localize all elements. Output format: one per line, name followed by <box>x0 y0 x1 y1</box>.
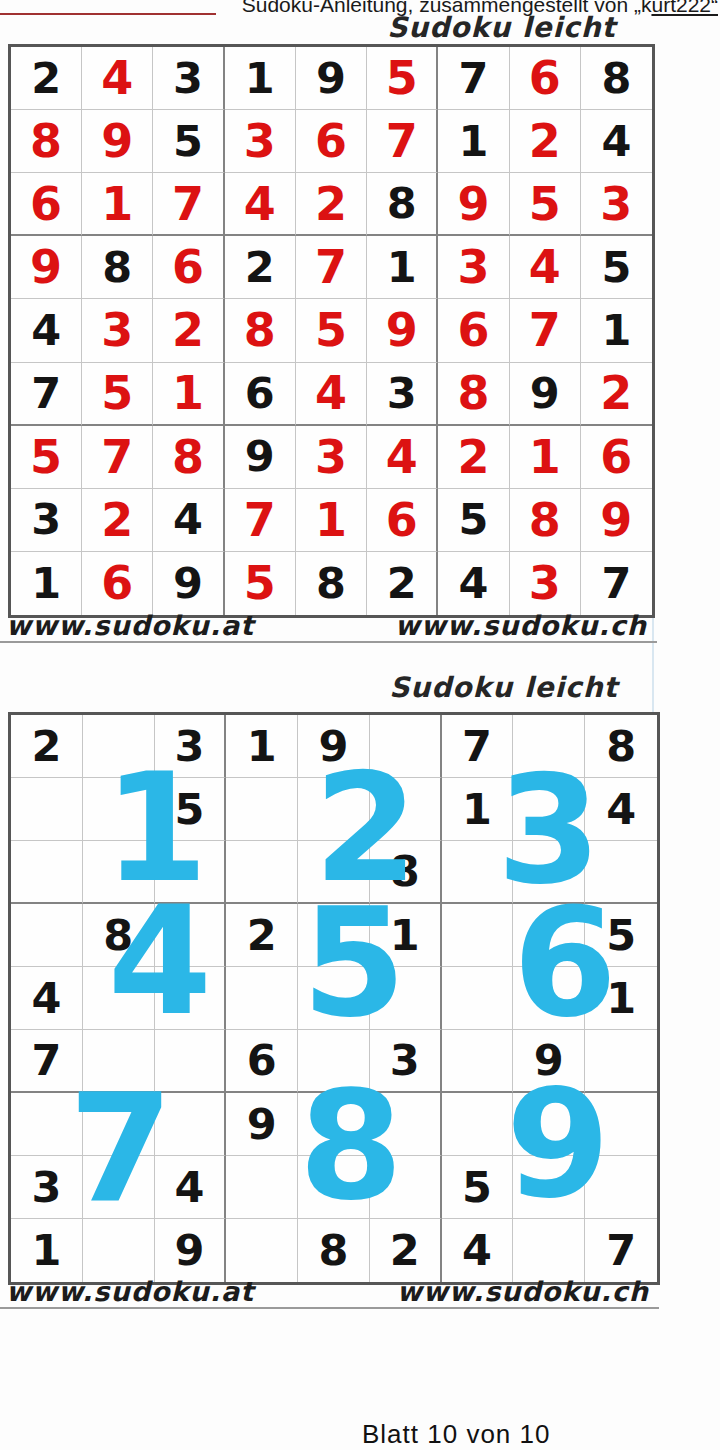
unsolved-cell-r1c4: 1 <box>226 715 298 778</box>
solved-cell-r7c7: 2 <box>438 426 509 489</box>
solved-cell-r3c9: 3 <box>581 173 652 236</box>
unsolved-cell-r5c4[interactable] <box>226 967 298 1030</box>
solved-cell-r8c9: 9 <box>581 489 652 552</box>
unsolved-cell-r7c7[interactable] <box>442 1093 514 1156</box>
solved-cell-r8c1: 3 <box>11 489 82 552</box>
solved-cell-r1c6: 5 <box>367 47 438 110</box>
solved-cell-r9c9: 7 <box>581 552 652 615</box>
solved-cell-r7c8: 1 <box>510 426 581 489</box>
solved-cell-r3c5: 2 <box>296 173 367 236</box>
solved-cell-r5c5: 5 <box>296 299 367 362</box>
solved-cell-r2c4: 3 <box>225 110 296 173</box>
solved-cell-r1c8: 6 <box>510 47 581 110</box>
unsolved-cell-r8c7: 5 <box>442 1156 514 1219</box>
solved-cell-r5c4: 8 <box>225 299 296 362</box>
solved-cell-r7c6: 4 <box>367 426 438 489</box>
solved-cell-r4c1: 9 <box>11 236 82 299</box>
solved-cell-r7c3: 8 <box>153 426 224 489</box>
box-label-6: 6 <box>513 888 617 1038</box>
solved-cell-r9c5: 8 <box>296 552 367 615</box>
solved-cell-r1c3: 3 <box>153 47 224 110</box>
kurt222-link[interactable]: urt222“ <box>651 0 718 16</box>
solved-cell-r8c2: 2 <box>82 489 153 552</box>
unsolved-cell-r8c4[interactable] <box>226 1156 298 1219</box>
solved-cell-r4c5: 7 <box>296 236 367 299</box>
solved-cell-r5c1: 4 <box>11 299 82 362</box>
unsolved-cell-r2c4[interactable] <box>226 778 298 841</box>
solved-cell-r2c9: 4 <box>581 110 652 173</box>
solved-cell-r6c2: 5 <box>82 363 153 426</box>
solved-cell-r4c4: 2 <box>225 236 296 299</box>
solved-cell-r7c2: 7 <box>82 426 153 489</box>
solved-cell-r5c2: 3 <box>82 299 153 362</box>
board-footer: www.sudoku.at www.sudoku.ch <box>0 1276 659 1309</box>
solved-cell-r5c3: 2 <box>153 299 224 362</box>
solved-cell-r7c1: 5 <box>11 426 82 489</box>
sudoku-ch-url: www.sudoku.ch <box>397 1276 649 1307</box>
unsolved-cell-r1c1: 2 <box>11 715 83 778</box>
box-label-4: 4 <box>108 886 212 1036</box>
box-label-8: 8 <box>299 1071 403 1221</box>
board-footer: www.sudoku.at www.sudoku.ch <box>0 610 657 643</box>
solved-cell-r6c1: 7 <box>11 363 82 426</box>
solved-cell-r3c3: 7 <box>153 173 224 236</box>
solved-cell-r2c6: 7 <box>367 110 438 173</box>
solved-cell-r5c8: 7 <box>510 299 581 362</box>
unsolved-cell-r4c1[interactable] <box>11 904 83 967</box>
puzzle-title: Sudoku leicht <box>0 671 618 704</box>
unsolved-cell-r9c7: 4 <box>442 1219 514 1282</box>
solved-cell-r1c4: 1 <box>225 47 296 110</box>
solved-cell-r1c1: 2 <box>11 47 82 110</box>
unsolved-cell-r3c1[interactable] <box>11 841 83 904</box>
box-label-9: 9 <box>506 1069 610 1219</box>
solved-cell-r8c4: 7 <box>225 489 296 552</box>
solved-sudoku-board: 2431957688953671246174289539862713454328… <box>8 44 655 618</box>
box-label-7: 7 <box>69 1074 173 1224</box>
solved-cell-r1c2: 4 <box>82 47 153 110</box>
unsolved-cell-r4c4: 2 <box>226 904 298 967</box>
solved-cell-r9c3: 9 <box>153 552 224 615</box>
solved-cell-r6c9: 2 <box>581 363 652 426</box>
solved-cell-r6c6: 3 <box>367 363 438 426</box>
solved-cell-r6c8: 9 <box>510 363 581 426</box>
sudoku-at-url: www.sudoku.at <box>6 610 254 641</box>
solved-cell-r7c9: 6 <box>581 426 652 489</box>
unsolved-cell-r6c4: 6 <box>226 1030 298 1093</box>
solved-cell-r2c7: 1 <box>438 110 509 173</box>
page-number: Blatt 10 von 10 <box>362 1419 550 1450</box>
solved-cell-r7c5: 3 <box>296 426 367 489</box>
solved-cell-r5c9: 1 <box>581 299 652 362</box>
solved-cell-r6c3: 1 <box>153 363 224 426</box>
solved-cell-r5c7: 6 <box>438 299 509 362</box>
solved-cell-r9c7: 4 <box>438 552 509 615</box>
unsolved-cell-r2c1[interactable] <box>11 778 83 841</box>
solved-cell-r2c1: 8 <box>11 110 82 173</box>
unsolved-cell-r3c4[interactable] <box>226 841 298 904</box>
solved-cell-r2c3: 5 <box>153 110 224 173</box>
solved-cell-r3c7: 9 <box>438 173 509 236</box>
solved-cell-r9c2: 6 <box>82 552 153 615</box>
solved-cell-r2c5: 6 <box>296 110 367 173</box>
solved-cell-r3c1: 6 <box>11 173 82 236</box>
solved-cell-r2c2: 9 <box>82 110 153 173</box>
solved-cell-r3c2: 1 <box>82 173 153 236</box>
solved-cell-r1c7: 7 <box>438 47 509 110</box>
solved-cell-r1c9: 8 <box>581 47 652 110</box>
solved-cell-r6c4: 6 <box>225 363 296 426</box>
solved-cell-r4c9: 5 <box>581 236 652 299</box>
solved-cell-r8c5: 1 <box>296 489 367 552</box>
solved-cell-r9c8: 3 <box>510 552 581 615</box>
solved-cell-r6c5: 4 <box>296 363 367 426</box>
solved-cell-r3c4: 4 <box>225 173 296 236</box>
unsolved-cell-r7c4: 9 <box>226 1093 298 1156</box>
solved-cell-r3c8: 5 <box>510 173 581 236</box>
solved-cell-r3c6: 8 <box>367 173 438 236</box>
solved-cell-r9c4: 5 <box>225 552 296 615</box>
solved-cell-r1c5: 9 <box>296 47 367 110</box>
solved-cell-r5c6: 9 <box>367 299 438 362</box>
unsolved-cell-r6c7[interactable] <box>442 1030 514 1093</box>
solved-cell-r4c8: 4 <box>510 236 581 299</box>
puzzle-title: Sudoku leicht <box>0 11 616 44</box>
solved-cell-r7c4: 9 <box>225 426 296 489</box>
solved-cell-r4c2: 8 <box>82 236 153 299</box>
scanned-sudoku-page: Sudoku-Anleitung, zusammengestellt von „… <box>0 0 720 1450</box>
solved-cell-r4c3: 6 <box>153 236 224 299</box>
solved-cell-r4c6: 1 <box>367 236 438 299</box>
solved-cell-r8c7: 5 <box>438 489 509 552</box>
box-label-5: 5 <box>302 888 406 1038</box>
solved-cell-r9c6: 2 <box>367 552 438 615</box>
solved-cell-r4c7: 3 <box>438 236 509 299</box>
unsolved-cell-r9c4[interactable] <box>226 1219 298 1282</box>
unsolved-cell-r5c7[interactable] <box>442 967 514 1030</box>
solved-cell-r6c7: 8 <box>438 363 509 426</box>
solved-cell-r8c8: 8 <box>510 489 581 552</box>
sudoku-ch-url: www.sudoku.ch <box>395 610 647 641</box>
sudoku-at-url: www.sudoku.at <box>6 1276 254 1307</box>
solved-cell-r2c8: 2 <box>510 110 581 173</box>
solved-cell-r8c6: 6 <box>367 489 438 552</box>
unsolved-cell-r5c1: 4 <box>11 967 83 1030</box>
solved-cell-r8c3: 4 <box>153 489 224 552</box>
solved-cell-r9c1: 1 <box>11 552 82 615</box>
